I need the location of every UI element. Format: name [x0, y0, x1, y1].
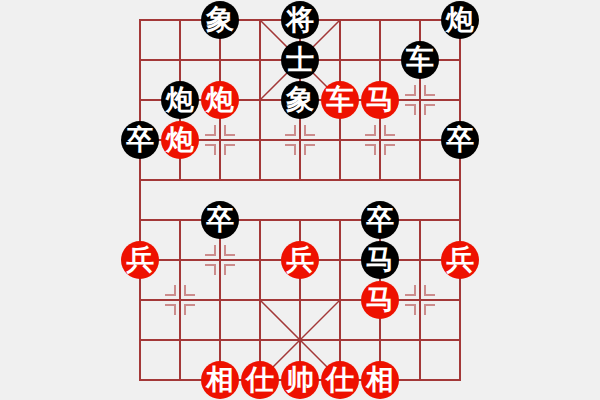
xiangqi-board[interactable]: 象将炮士车炮炮象车马卒炮卒卒卒兵兵马兵马相仕帅仕相: [0, 0, 600, 400]
piece-red-cannon[interactable]: 炮: [201, 81, 239, 119]
piece-black-elephant[interactable]: 象: [281, 81, 319, 119]
piece-red-elephant[interactable]: 相: [361, 361, 399, 399]
piece-red-soldier[interactable]: 兵: [441, 241, 479, 279]
piece-red-general[interactable]: 帅: [281, 361, 319, 399]
piece-red-soldier[interactable]: 兵: [121, 241, 159, 279]
piece-black-soldier[interactable]: 卒: [201, 201, 239, 239]
piece-red-advisor[interactable]: 仕: [321, 361, 359, 399]
piece-black-chariot[interactable]: 车: [401, 41, 439, 79]
piece-red-elephant[interactable]: 相: [201, 361, 239, 399]
piece-black-cannon[interactable]: 炮: [441, 1, 479, 39]
piece-black-general[interactable]: 将: [281, 1, 319, 39]
piece-black-horse[interactable]: 马: [361, 241, 399, 279]
piece-red-horse[interactable]: 马: [361, 281, 399, 319]
piece-black-cannon[interactable]: 炮: [161, 81, 199, 119]
piece-black-advisor[interactable]: 士: [281, 41, 319, 79]
piece-red-cannon[interactable]: 炮: [161, 121, 199, 159]
piece-red-chariot[interactable]: 车: [321, 81, 359, 119]
pieces-layer[interactable]: 象将炮士车炮炮象车马卒炮卒卒卒兵兵马兵马相仕帅仕相: [120, 0, 480, 400]
piece-black-elephant[interactable]: 象: [201, 1, 239, 39]
piece-red-horse[interactable]: 马: [361, 81, 399, 119]
piece-black-soldier[interactable]: 卒: [441, 121, 479, 159]
piece-red-soldier[interactable]: 兵: [281, 241, 319, 279]
piece-black-soldier[interactable]: 卒: [121, 121, 159, 159]
piece-black-soldier[interactable]: 卒: [361, 201, 399, 239]
piece-red-advisor[interactable]: 仕: [241, 361, 279, 399]
